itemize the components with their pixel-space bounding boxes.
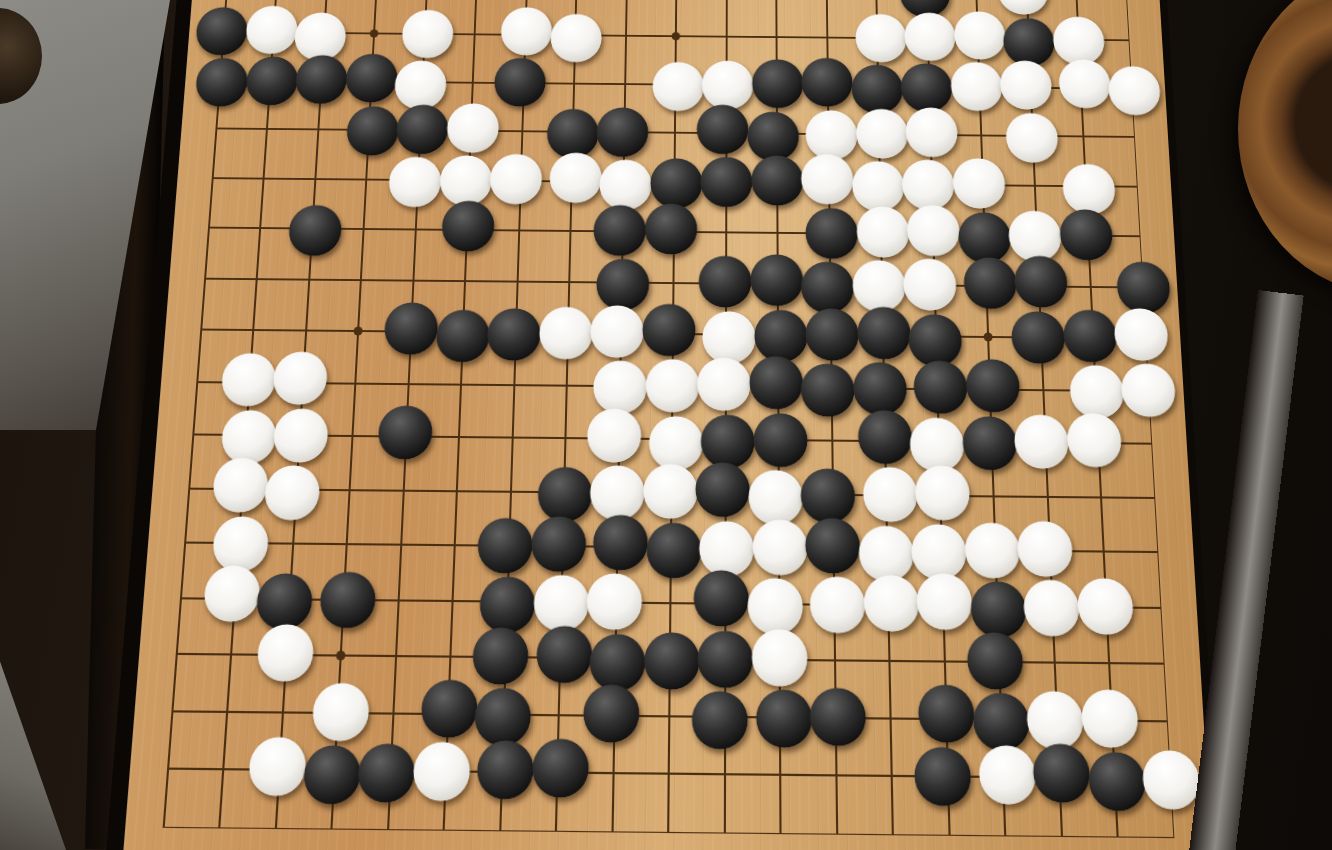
- black-stone[interactable]: [805, 207, 858, 258]
- white-stone[interactable]: [854, 13, 906, 62]
- black-stone[interactable]: [493, 57, 546, 106]
- white-stone[interactable]: [393, 60, 446, 109]
- white-stone[interactable]: [951, 158, 1005, 209]
- black-stone[interactable]: [908, 313, 962, 366]
- white-stone[interactable]: [1079, 689, 1138, 748]
- black-stone[interactable]: [965, 631, 1022, 689]
- white-stone[interactable]: [862, 574, 918, 631]
- black-stone[interactable]: [801, 57, 853, 106]
- black-stone[interactable]: [962, 257, 1016, 309]
- black-stone[interactable]: [751, 59, 802, 108]
- white-stone[interactable]: [914, 465, 970, 520]
- black-stone[interactable]: [850, 64, 902, 113]
- white-stone[interactable]: [851, 260, 905, 312]
- black-stone[interactable]: [535, 625, 592, 683]
- black-stone[interactable]: [698, 255, 751, 307]
- white-stone[interactable]: [902, 258, 956, 310]
- black-stone[interactable]: [395, 104, 449, 154]
- white-stone[interactable]: [586, 407, 641, 461]
- black-stone[interactable]: [1115, 261, 1171, 313]
- black-stone[interactable]: [644, 202, 697, 253]
- white-stone[interactable]: [549, 13, 601, 62]
- black-stone[interactable]: [356, 742, 415, 801]
- black-stone[interactable]: [377, 404, 433, 458]
- black-stone[interactable]: [255, 573, 313, 630]
- black-stone[interactable]: [957, 211, 1011, 262]
- white-stone[interactable]: [1065, 412, 1121, 466]
- white-stone[interactable]: [1113, 307, 1169, 360]
- white-stone[interactable]: [438, 155, 492, 206]
- black-stone[interactable]: [856, 306, 910, 359]
- black-stone[interactable]: [1061, 309, 1117, 362]
- white-stone[interactable]: [1141, 749, 1201, 809]
- black-stone[interactable]: [589, 633, 645, 691]
- white-stone[interactable]: [855, 205, 908, 256]
- black-stone[interactable]: [545, 108, 598, 158]
- black-stone[interactable]: [645, 522, 700, 578]
- black-stone[interactable]: [809, 687, 866, 746]
- white-stone[interactable]: [648, 415, 702, 469]
- white-stone[interactable]: [963, 522, 1019, 578]
- black-stone[interactable]: [478, 576, 535, 633]
- black-stone[interactable]: [1010, 310, 1065, 363]
- black-stone[interactable]: [294, 55, 348, 104]
- white-stone[interactable]: [699, 520, 754, 576]
- white-stone[interactable]: [489, 153, 542, 204]
- black-stone[interactable]: [693, 570, 748, 627]
- white-stone[interactable]: [702, 310, 755, 363]
- white-stone[interactable]: [293, 11, 347, 59]
- white-stone[interactable]: [599, 159, 652, 210]
- white-stone[interactable]: [1061, 163, 1115, 214]
- white-stone[interactable]: [901, 159, 954, 210]
- black-stone[interactable]: [649, 158, 701, 209]
- black-stone[interactable]: [593, 204, 646, 255]
- white-stone[interactable]: [906, 204, 960, 255]
- white-stone[interactable]: [219, 352, 276, 405]
- white-stone[interactable]: [805, 109, 857, 159]
- black-stone[interactable]: [695, 462, 749, 517]
- white-stone[interactable]: [202, 565, 261, 622]
- white-stone[interactable]: [271, 351, 328, 404]
- white-stone[interactable]: [751, 628, 807, 686]
- white-stone[interactable]: [1022, 579, 1079, 636]
- black-stone[interactable]: [531, 738, 589, 797]
- white-stone[interactable]: [977, 744, 1035, 803]
- white-stone[interactable]: [1107, 66, 1161, 115]
- white-stone[interactable]: [1013, 414, 1069, 468]
- black-stone[interactable]: [194, 6, 248, 54]
- white-stone[interactable]: [910, 523, 966, 579]
- black-stone[interactable]: [800, 261, 853, 313]
- black-stone[interactable]: [964, 359, 1019, 413]
- star-point: [352, 326, 361, 335]
- black-stone[interactable]: [301, 744, 360, 803]
- black-stone[interactable]: [750, 155, 802, 206]
- floor-strip-right: [1180, 290, 1304, 850]
- white-stone[interactable]: [851, 160, 904, 211]
- black-stone[interactable]: [913, 360, 968, 414]
- black-stone[interactable]: [800, 363, 854, 417]
- white-stone[interactable]: [244, 5, 298, 53]
- white-stone[interactable]: [211, 457, 269, 512]
- black-stone[interactable]: [476, 739, 534, 798]
- black-stone[interactable]: [917, 684, 974, 743]
- black-stone[interactable]: [434, 309, 489, 362]
- black-stone[interactable]: [345, 105, 399, 155]
- white-stone[interactable]: [996, 0, 1048, 14]
- black-stone[interactable]: [753, 309, 806, 362]
- white-stone[interactable]: [532, 574, 588, 631]
- black-stone[interactable]: [595, 258, 648, 310]
- white-stone[interactable]: [916, 573, 973, 630]
- black-stone[interactable]: [691, 690, 747, 749]
- white-stone[interactable]: [1057, 59, 1111, 108]
- star-point: [671, 31, 680, 39]
- white-stone[interactable]: [310, 682, 369, 740]
- black-stone[interactable]: [800, 468, 855, 523]
- black-stone[interactable]: [805, 307, 859, 360]
- white-stone[interactable]: [263, 465, 321, 520]
- white-stone[interactable]: [905, 106, 958, 156]
- white-stone[interactable]: [949, 61, 1002, 110]
- black-stone[interactable]: [530, 515, 586, 571]
- white-stone[interactable]: [1068, 364, 1124, 418]
- black-stone[interactable]: [596, 106, 648, 156]
- black-stone[interactable]: [696, 104, 748, 154]
- white-stone[interactable]: [256, 623, 315, 681]
- board-grid[interactable]: [162, 0, 1174, 838]
- white-stone[interactable]: [1005, 112, 1059, 162]
- go-photo-scene: [0, 0, 1332, 850]
- black-stone[interactable]: [419, 679, 477, 737]
- white-stone[interactable]: [1007, 210, 1061, 261]
- black-stone[interactable]: [383, 301, 438, 354]
- white-stone[interactable]: [445, 102, 498, 152]
- white-stone[interactable]: [589, 304, 643, 357]
- black-stone[interactable]: [969, 581, 1026, 638]
- white-stone[interactable]: [953, 10, 1005, 58]
- white-stone[interactable]: [548, 152, 601, 203]
- star-point: [982, 332, 991, 341]
- white-stone[interactable]: [862, 466, 917, 521]
- black-stone[interactable]: [287, 204, 342, 255]
- white-stone[interactable]: [247, 736, 307, 795]
- white-stone[interactable]: [903, 12, 955, 60]
- black-stone[interactable]: [582, 684, 639, 743]
- black-stone[interactable]: [440, 200, 494, 251]
- black-stone[interactable]: [961, 415, 1017, 469]
- white-stone[interactable]: [1051, 16, 1104, 65]
- white-stone[interactable]: [219, 409, 276, 463]
- black-stone[interactable]: [1086, 751, 1145, 811]
- black-stone[interactable]: [194, 57, 249, 106]
- star-point: [369, 28, 378, 36]
- black-stone[interactable]: [536, 466, 592, 521]
- black-stone[interactable]: [746, 111, 798, 161]
- white-stone[interactable]: [401, 9, 454, 57]
- white-stone[interactable]: [697, 357, 751, 411]
- black-stone[interactable]: [486, 307, 541, 360]
- go-board[interactable]: [122, 0, 1212, 850]
- black-stone[interactable]: [473, 687, 531, 746]
- black-stone[interactable]: [471, 626, 528, 684]
- white-stone[interactable]: [411, 741, 470, 800]
- black-stone[interactable]: [318, 571, 376, 628]
- white-stone[interactable]: [809, 576, 865, 633]
- white-stone[interactable]: [651, 61, 703, 110]
- white-stone[interactable]: [1076, 578, 1134, 635]
- white-stone[interactable]: [800, 153, 852, 204]
- black-stone[interactable]: [1058, 208, 1113, 259]
- white-stone[interactable]: [999, 60, 1052, 109]
- white-stone[interactable]: [538, 306, 592, 359]
- star-point: [335, 650, 345, 660]
- black-stone[interactable]: [1032, 743, 1091, 802]
- black-stone[interactable]: [476, 517, 532, 573]
- white-stone[interactable]: [586, 573, 642, 630]
- white-stone[interactable]: [909, 417, 964, 471]
- white-stone[interactable]: [752, 518, 807, 574]
- black-stone[interactable]: [749, 254, 802, 306]
- white-stone[interactable]: [701, 60, 752, 109]
- black-stone[interactable]: [755, 689, 811, 748]
- black-stone[interactable]: [1013, 255, 1068, 307]
- black-stone[interactable]: [749, 355, 803, 408]
- white-stone[interactable]: [748, 469, 802, 524]
- white-stone[interactable]: [500, 6, 552, 54]
- white-stone[interactable]: [1025, 690, 1083, 749]
- black-stone[interactable]: [700, 156, 752, 207]
- black-stone[interactable]: [913, 746, 971, 805]
- white-stone[interactable]: [592, 360, 646, 414]
- black-stone[interactable]: [857, 409, 912, 463]
- white-stone[interactable]: [1120, 363, 1176, 417]
- wooden-stone-bowl: [1238, 0, 1332, 294]
- white-stone[interactable]: [387, 156, 441, 207]
- black-stone[interactable]: [643, 631, 699, 689]
- black-stone[interactable]: [805, 517, 860, 573]
- black-stone[interactable]: [700, 414, 754, 468]
- white-stone[interactable]: [855, 108, 908, 158]
- white-stone[interactable]: [589, 465, 644, 520]
- white-stone[interactable]: [272, 407, 329, 461]
- white-stone[interactable]: [210, 515, 268, 571]
- black-stone[interactable]: [753, 412, 807, 466]
- black-stone[interactable]: [641, 303, 695, 356]
- black-stone[interactable]: [592, 514, 647, 570]
- black-stone[interactable]: [852, 361, 906, 415]
- black-stone[interactable]: [1002, 17, 1055, 66]
- black-stone[interactable]: [971, 692, 1029, 751]
- black-stone[interactable]: [900, 63, 952, 112]
- white-stone[interactable]: [858, 525, 914, 581]
- white-stone[interactable]: [1016, 520, 1073, 576]
- white-stone[interactable]: [642, 463, 697, 518]
- black-stone[interactable]: [697, 630, 753, 688]
- white-stone[interactable]: [644, 358, 698, 412]
- black-stone[interactable]: [344, 53, 398, 102]
- black-stone[interactable]: [244, 56, 298, 105]
- white-stone[interactable]: [747, 577, 802, 634]
